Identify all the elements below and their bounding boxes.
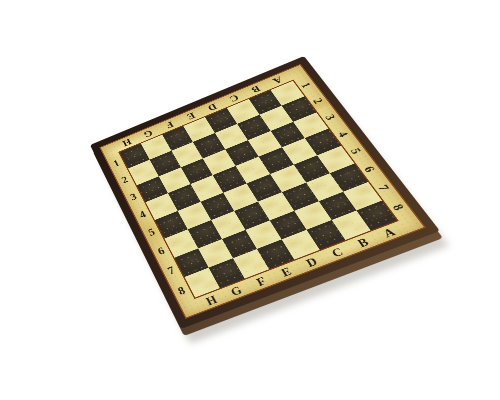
rank-label-right-3: 3 [323,113,337,121]
chess-board: HGFEDCBA HGFEDCBA 12345678 12345678 [90,56,440,329]
rank-label-right-1: 1 [300,81,314,89]
rank-label-left-1: 1 [112,158,121,168]
file-label-bottom-f: F [254,275,267,288]
file-label-bottom-c: C [329,246,344,259]
file-label-bottom-e: E [279,265,293,278]
photo-background: HGFEDCBA HGFEDCBA 12345678 12345678 [0,0,500,400]
rank-label-left-6: 6 [156,245,166,256]
rank-label-left-4: 4 [138,209,148,220]
rank-label-left-5: 5 [147,227,157,238]
rank-label-left-2: 2 [120,175,129,185]
rank-label-left-8: 8 [176,285,187,297]
file-label-bottom-g: G [229,284,244,298]
rank-label-left-7: 7 [166,265,176,277]
rank-label-right-2: 2 [311,97,325,105]
file-label-bottom-h: H [204,293,219,307]
rank-label-right-7: 7 [376,183,392,192]
rank-label-right-4: 4 [336,129,350,138]
file-label-bottom-b: B [355,236,370,249]
rank-label-right-6: 6 [362,165,377,174]
file-label-bottom-d: D [304,255,319,268]
rank-label-left-3: 3 [129,192,138,202]
board-border-inlay: HGFEDCBA HGFEDCBA 12345678 12345678 [99,64,426,319]
file-label-bottom-a: A [381,226,397,239]
rank-label-right-5: 5 [349,147,364,156]
rank-label-right-8: 8 [390,202,406,211]
